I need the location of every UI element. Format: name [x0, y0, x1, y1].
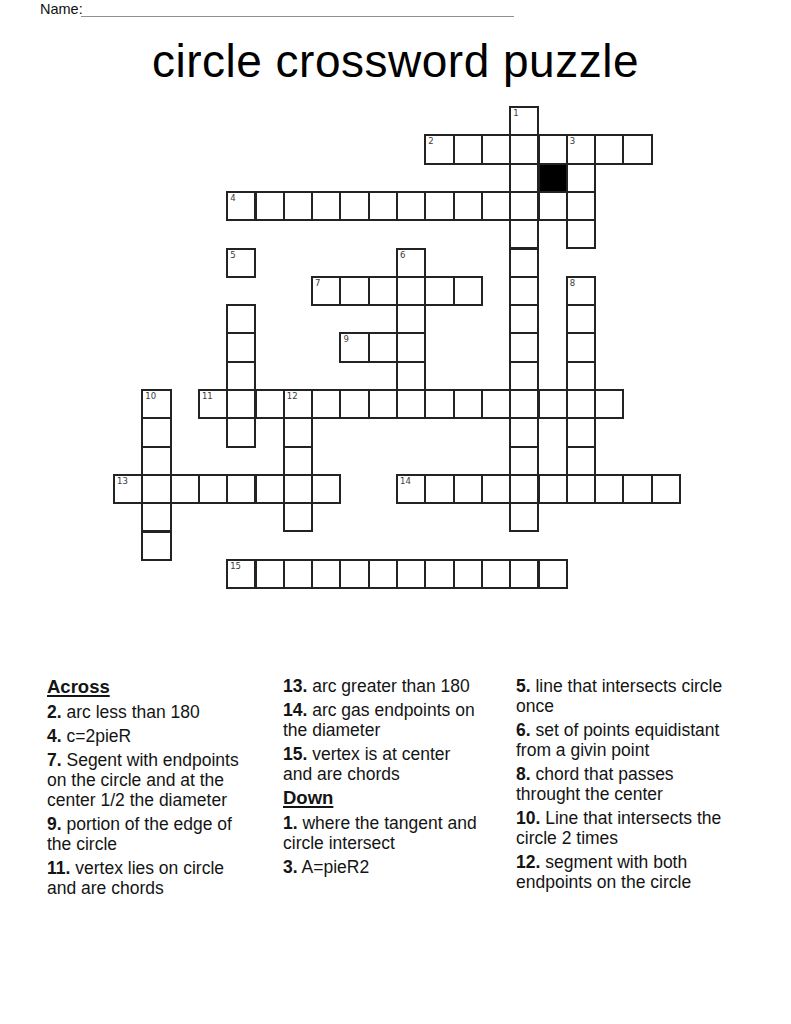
- cell-r6c7[interactable]: 7: [311, 276, 341, 306]
- clue-6-down: 6. set of points equidistant from a givi…: [516, 720, 728, 760]
- cell-r16c6[interactable]: [283, 559, 313, 589]
- clue-14-across: 14. arc gas endpoints on the diameter: [283, 700, 479, 740]
- clue-num-label: 11.: [47, 858, 70, 878]
- cell-r12c14[interactable]: [509, 446, 539, 476]
- cell-r13c17[interactable]: [594, 474, 624, 504]
- black-cell-r2c15: [538, 163, 568, 193]
- clue-10-down: 10. Line that intersects the circle 2 ti…: [516, 808, 728, 848]
- clue-number-12: 12: [287, 391, 298, 401]
- cell-r6c9[interactable]: [368, 276, 398, 306]
- cell-r13c16[interactable]: [566, 474, 596, 504]
- cell-r14c1[interactable]: [141, 502, 171, 532]
- cell-r3c9[interactable]: [368, 191, 398, 221]
- cell-r14c14[interactable]: [509, 502, 539, 532]
- cell-r12c16[interactable]: [566, 446, 596, 476]
- cell-r10c1[interactable]: 10: [141, 389, 171, 419]
- clue-num-label: 3.: [283, 857, 298, 877]
- clue-number-4: 4: [230, 193, 235, 203]
- clue-num-label: 13.: [283, 676, 307, 696]
- cell-r11c4[interactable]: [226, 417, 256, 447]
- cell-r11c16[interactable]: [566, 417, 596, 447]
- clue-8-down: 8. chord that passes throught the center: [516, 764, 728, 804]
- cell-r13c2[interactable]: [170, 474, 200, 504]
- cell-r10c11[interactable]: [424, 389, 454, 419]
- cell-r11c6[interactable]: [283, 417, 313, 447]
- cell-r11c14[interactable]: [509, 417, 539, 447]
- cell-r13c19[interactable]: [651, 474, 681, 504]
- name-label: Name:: [40, 1, 83, 17]
- cell-r10c13[interactable]: [481, 389, 511, 419]
- cell-r10c9[interactable]: [368, 389, 398, 419]
- cell-r8c14[interactable]: [509, 332, 539, 362]
- clue-number-10: 10: [145, 391, 156, 401]
- cell-r6c11[interactable]: [424, 276, 454, 306]
- cell-r10c5[interactable]: [255, 389, 285, 419]
- clue-number-7: 7: [315, 278, 320, 288]
- clue-1-down: 1. where the tangent and circle intersec…: [283, 813, 479, 853]
- cell-r13c5[interactable]: [255, 474, 285, 504]
- clue-12-down: 12. segment with both endpoints on the c…: [516, 852, 728, 892]
- clue-number-13: 13: [117, 476, 128, 486]
- cell-r13c1[interactable]: [141, 474, 171, 504]
- worksheet-page: Name: circle crossword puzzle 1234567891…: [0, 0, 791, 1024]
- clue-number-6: 6: [400, 250, 405, 260]
- cell-r7c4[interactable]: [226, 304, 256, 334]
- cell-r10c7[interactable]: [311, 389, 341, 419]
- cell-r13c0[interactable]: 13: [113, 474, 143, 504]
- clue-num-label: 8.: [516, 764, 531, 784]
- cell-r1c17[interactable]: [594, 134, 624, 164]
- cell-r16c8[interactable]: [339, 559, 369, 589]
- clue-column-1: Across2. arc less than 1804. c=2pieR7. S…: [47, 676, 247, 902]
- cell-r1c15[interactable]: [538, 134, 568, 164]
- cell-r6c8[interactable]: [339, 276, 369, 306]
- cell-r3c15[interactable]: [538, 191, 568, 221]
- cell-r1c16[interactable]: 3: [566, 134, 596, 164]
- cell-r3c5[interactable]: [255, 191, 285, 221]
- clue-number-5: 5: [230, 250, 235, 260]
- clue-number-1: 1: [513, 108, 518, 118]
- cell-r10c17[interactable]: [594, 389, 624, 419]
- cell-r10c10[interactable]: [396, 389, 426, 419]
- cell-r13c4[interactable]: [226, 474, 256, 504]
- clue-number-2: 2: [428, 136, 433, 146]
- cell-r9c16[interactable]: [566, 361, 596, 391]
- cell-r3c4[interactable]: 4: [226, 191, 256, 221]
- clue-num-label: 6.: [516, 720, 531, 740]
- cell-r8c4[interactable]: [226, 332, 256, 362]
- cell-r16c13[interactable]: [481, 559, 511, 589]
- cell-r16c10[interactable]: [396, 559, 426, 589]
- clue-num-label: 15.: [283, 744, 307, 764]
- clue-5-down: 5. line that intersects circle once: [516, 676, 728, 716]
- cell-r5c4[interactable]: 5: [226, 248, 256, 278]
- cell-r1c14[interactable]: [509, 134, 539, 164]
- cell-r16c14[interactable]: [509, 559, 539, 589]
- cell-r9c4[interactable]: [226, 361, 256, 391]
- cell-r9c10[interactable]: [396, 361, 426, 391]
- cell-r9c14[interactable]: [509, 361, 539, 391]
- cell-r10c15[interactable]: [538, 389, 568, 419]
- cell-r13c6[interactable]: [283, 474, 313, 504]
- cell-r8c10[interactable]: [396, 332, 426, 362]
- cell-r10c8[interactable]: [339, 389, 369, 419]
- cell-r3c7[interactable]: [311, 191, 341, 221]
- cell-r10c16[interactable]: [566, 389, 596, 419]
- clue-num-label: 1.: [283, 813, 298, 833]
- cell-r16c12[interactable]: [453, 559, 483, 589]
- cell-r5c10[interactable]: 6: [396, 248, 426, 278]
- name-blank-line[interactable]: [81, 0, 514, 17]
- cell-r7c14[interactable]: [509, 304, 539, 334]
- clue-7-across: 7. Segent with endpoints on the circle a…: [47, 750, 247, 810]
- cell-r13c15[interactable]: [538, 474, 568, 504]
- cell-r3c6[interactable]: [283, 191, 313, 221]
- cell-r10c4[interactable]: [226, 389, 256, 419]
- clue-15-across: 15. vertex is at center and are chords: [283, 744, 479, 784]
- clue-2-across: 2. arc less than 180: [47, 702, 247, 722]
- cell-r3c8[interactable]: [339, 191, 369, 221]
- cell-r16c4[interactable]: 15: [226, 559, 256, 589]
- across-header: Across: [47, 677, 247, 697]
- clue-number-15: 15: [230, 561, 241, 571]
- cell-r14c6[interactable]: [283, 502, 313, 532]
- clue-column-2: 13. arc greater than 18014. arc gas endp…: [283, 676, 479, 881]
- cell-r3c16[interactable]: [566, 191, 596, 221]
- cell-r13c11[interactable]: [424, 474, 454, 504]
- cell-r16c9[interactable]: [368, 559, 398, 589]
- cell-r7c16[interactable]: [566, 304, 596, 334]
- cell-r3c10[interactable]: [396, 191, 426, 221]
- cell-r13c10[interactable]: 14: [396, 474, 426, 504]
- cell-r12c1[interactable]: [141, 446, 171, 476]
- cell-r3c14[interactable]: [509, 191, 539, 221]
- cell-r10c3[interactable]: 11: [198, 389, 228, 419]
- cell-r12c6[interactable]: [283, 446, 313, 476]
- cell-r16c7[interactable]: [311, 559, 341, 589]
- cell-r6c16[interactable]: 8: [566, 276, 596, 306]
- cell-r13c3[interactable]: [198, 474, 228, 504]
- cell-r16c15[interactable]: [538, 559, 568, 589]
- cell-r4c16[interactable]: [566, 219, 596, 249]
- cell-r15c1[interactable]: [141, 531, 171, 561]
- page-title: circle crossword puzzle: [0, 34, 791, 88]
- clue-num-label: 10.: [516, 808, 540, 828]
- crossword-grid: 123456789101112131415: [113, 106, 681, 589]
- clue-3-down: 3. A=pieR2: [283, 857, 479, 877]
- clue-13-across: 13. arc greater than 180: [283, 676, 479, 696]
- clue-num-label: 2.: [47, 702, 62, 722]
- cell-r6c10[interactable]: [396, 276, 426, 306]
- cell-r11c1[interactable]: [141, 417, 171, 447]
- cell-r7c10[interactable]: [396, 304, 426, 334]
- clue-num-label: 5.: [516, 676, 531, 696]
- cell-r8c9[interactable]: [368, 332, 398, 362]
- cell-r5c14[interactable]: [509, 248, 539, 278]
- clue-number-9: 9: [343, 334, 348, 344]
- clue-num-label: 4.: [47, 726, 62, 746]
- cell-r10c14[interactable]: [509, 389, 539, 419]
- cell-r3c12[interactable]: [453, 191, 483, 221]
- cell-r10c12[interactable]: [453, 389, 483, 419]
- cell-r16c5[interactable]: [255, 559, 285, 589]
- clue-number-3: 3: [570, 136, 575, 146]
- clue-num-label: 9.: [47, 814, 62, 834]
- clue-number-8: 8: [570, 278, 575, 288]
- cell-r0c14[interactable]: 1: [509, 106, 539, 136]
- cell-r13c12[interactable]: [453, 474, 483, 504]
- clue-num-label: 7.: [47, 750, 62, 770]
- cell-r3c11[interactable]: [424, 191, 454, 221]
- cell-r1c18[interactable]: [622, 134, 652, 164]
- cell-r8c8[interactable]: 9: [339, 332, 369, 362]
- cell-r16c11[interactable]: [424, 559, 454, 589]
- cell-r4c14[interactable]: [509, 219, 539, 249]
- cell-r2c16[interactable]: [566, 163, 596, 193]
- cell-r1c12[interactable]: [453, 134, 483, 164]
- clue-column-3: 5. line that intersects circle once6. se…: [516, 676, 728, 896]
- cell-r13c13[interactable]: [481, 474, 511, 504]
- clue-9-across: 9. portion of the edge of the circle: [47, 814, 247, 854]
- cell-r10c6[interactable]: 12: [283, 389, 313, 419]
- cell-r13c7[interactable]: [311, 474, 341, 504]
- clue-4-across: 4. c=2pieR: [47, 726, 247, 746]
- down-header: Down: [283, 788, 479, 808]
- cell-r2c14[interactable]: [509, 163, 539, 193]
- cell-r1c11[interactable]: 2: [424, 134, 454, 164]
- cell-r3c13[interactable]: [481, 191, 511, 221]
- clue-num-label: 12.: [516, 852, 540, 872]
- clue-number-14: 14: [400, 476, 411, 486]
- cell-r6c12[interactable]: [453, 276, 483, 306]
- cell-r6c14[interactable]: [509, 276, 539, 306]
- clue-num-label: 14.: [283, 700, 307, 720]
- clue-number-11: 11: [202, 391, 213, 401]
- clue-11-across: 11. vertex lies on circle and are chords: [47, 858, 247, 898]
- cell-r13c14[interactable]: [509, 474, 539, 504]
- cell-r8c16[interactable]: [566, 332, 596, 362]
- cell-r1c13[interactable]: [481, 134, 511, 164]
- cell-r13c18[interactable]: [622, 474, 652, 504]
